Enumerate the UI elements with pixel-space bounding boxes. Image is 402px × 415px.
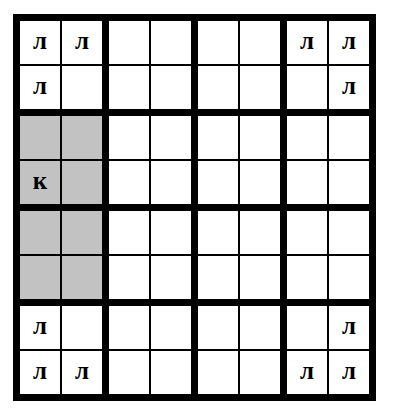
cell-r4c8[interactable] [329,161,369,211]
cell-r8c6[interactable] [240,351,287,394]
cell-r3c3[interactable] [109,116,151,161]
cell-r4c3[interactable] [109,161,151,211]
cell-r1c1[interactable]: л [20,21,62,66]
cell-r3c2[interactable] [62,116,109,161]
cell-r3c1[interactable] [20,116,62,161]
cell-r2c2[interactable] [62,66,109,116]
cell-r1c6[interactable] [240,21,287,66]
cell-r3c4[interactable] [151,116,198,161]
cell-r8c4[interactable] [151,351,198,394]
cell-r1c8[interactable]: л [329,21,369,66]
cell-r6c8[interactable] [329,256,369,306]
cell-r5c4[interactable] [151,211,198,256]
cell-r6c5[interactable] [198,256,240,306]
cell-r5c1[interactable] [20,211,62,256]
cell-r2c5[interactable] [198,66,240,116]
letter-л: л [33,313,47,338]
letter-л: л [33,73,47,98]
cell-r2c7[interactable] [287,66,329,116]
cell-r1c4[interactable] [151,21,198,66]
page-background: ллллллклллллл [0,0,402,415]
letter-л: л [342,358,356,383]
cell-r8c5[interactable] [198,351,240,394]
puzzle-board: ллллллклллллл [13,14,376,401]
cell-r8c1[interactable]: л [20,351,62,394]
cell-r5c8[interactable] [329,211,369,256]
cell-r4c7[interactable] [287,161,329,211]
cell-r1c7[interactable]: л [287,21,329,66]
letter-л: л [33,28,47,53]
cell-r1c3[interactable] [109,21,151,66]
cell-r4c1[interactable]: к [20,161,62,211]
cell-r8c3[interactable] [109,351,151,394]
cell-r7c3[interactable] [109,306,151,351]
cell-r1c2[interactable]: л [62,21,109,66]
cell-r6c2[interactable] [62,256,109,306]
cell-r2c4[interactable] [151,66,198,116]
cell-r5c3[interactable] [109,211,151,256]
cell-r3c8[interactable] [329,116,369,161]
letter-л: л [342,73,356,98]
cell-r7c7[interactable] [287,306,329,351]
cell-r4c6[interactable] [240,161,287,211]
cell-r8c8[interactable]: л [329,351,369,394]
cell-r6c3[interactable] [109,256,151,306]
cell-r6c4[interactable] [151,256,198,306]
cell-r8c2[interactable]: л [62,351,109,394]
cell-r4c2[interactable] [62,161,109,211]
cell-r7c8[interactable]: л [329,306,369,351]
letter-л: л [300,358,314,383]
cell-r5c6[interactable] [240,211,287,256]
letter-л: л [342,313,356,338]
letter-л: л [300,28,314,53]
cell-r3c5[interactable] [198,116,240,161]
letter-л: л [75,28,89,53]
cell-r1c5[interactable] [198,21,240,66]
cell-r4c4[interactable] [151,161,198,211]
cell-r2c1[interactable]: л [20,66,62,116]
cell-r6c7[interactable] [287,256,329,306]
cell-r7c6[interactable] [240,306,287,351]
cell-r5c2[interactable] [62,211,109,256]
cell-r5c5[interactable] [198,211,240,256]
letter-к: к [33,168,47,193]
cell-r7c1[interactable]: л [20,306,62,351]
cell-r8c7[interactable]: л [287,351,329,394]
letter-л: л [342,28,356,53]
cell-r7c2[interactable] [62,306,109,351]
letter-л: л [75,358,89,383]
cell-r6c1[interactable] [20,256,62,306]
cell-r5c7[interactable] [287,211,329,256]
cell-r3c6[interactable] [240,116,287,161]
cell-r4c5[interactable] [198,161,240,211]
cell-r6c6[interactable] [240,256,287,306]
cell-r2c8[interactable]: л [329,66,369,116]
cell-r3c7[interactable] [287,116,329,161]
cell-r2c3[interactable] [109,66,151,116]
letter-л: л [33,358,47,383]
cell-r2c6[interactable] [240,66,287,116]
cell-r7c5[interactable] [198,306,240,351]
cell-r7c4[interactable] [151,306,198,351]
